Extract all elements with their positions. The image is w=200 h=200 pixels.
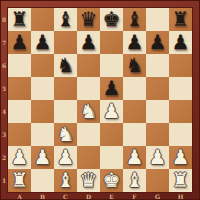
rank-label-4: 4 — [0, 100, 8, 123]
white-rook-h1[interactable]: ♜ — [172, 170, 190, 190]
square-e4[interactable]: ♟ — [100, 100, 123, 123]
chess-board: ♜♝♛♚♝♜♟♟♟♟♟♟♞♞♟♞♟♞♟♟♟♟♟♟♜♝♛♚♝♜ — [8, 8, 192, 192]
rank-label-3: 3 — [0, 123, 8, 146]
square-g8[interactable] — [146, 8, 169, 31]
square-a2[interactable]: ♟ — [8, 146, 31, 169]
file-label-a: A — [8, 192, 31, 200]
square-a6[interactable] — [8, 54, 31, 77]
white-queen-d1[interactable]: ♛ — [80, 170, 98, 190]
square-c2[interactable]: ♟ — [54, 146, 77, 169]
black-bishop-c8[interactable]: ♝ — [57, 9, 75, 29]
square-h8[interactable]: ♜ — [169, 8, 192, 31]
square-g1[interactable] — [146, 169, 169, 192]
square-e8[interactable]: ♚ — [100, 8, 123, 31]
black-pawn-b7[interactable]: ♟ — [34, 32, 52, 52]
square-d5[interactable] — [77, 77, 100, 100]
rank-label-2: 2 — [0, 146, 8, 169]
square-c1[interactable]: ♝ — [54, 169, 77, 192]
white-pawn-b2[interactable]: ♟ — [34, 147, 52, 167]
square-h4[interactable] — [169, 100, 192, 123]
square-c7[interactable] — [54, 31, 77, 54]
square-d2[interactable] — [77, 146, 100, 169]
black-pawn-a7[interactable]: ♟ — [11, 32, 29, 52]
square-e7[interactable] — [100, 31, 123, 54]
white-knight-c3[interactable]: ♞ — [57, 124, 75, 144]
black-pawn-f7[interactable]: ♟ — [126, 32, 144, 52]
black-king-e8[interactable]: ♚ — [103, 9, 121, 29]
black-rook-h8[interactable]: ♜ — [172, 9, 190, 29]
square-b5[interactable] — [31, 77, 54, 100]
square-d8[interactable]: ♛ — [77, 8, 100, 31]
black-rook-a8[interactable]: ♜ — [11, 9, 29, 29]
square-f4[interactable] — [123, 100, 146, 123]
white-pawn-g2[interactable]: ♟ — [149, 147, 167, 167]
white-pawn-e4[interactable]: ♟ — [103, 101, 121, 121]
square-c6[interactable]: ♞ — [54, 54, 77, 77]
black-knight-f6[interactable]: ♞ — [126, 55, 144, 75]
square-d7[interactable]: ♟ — [77, 31, 100, 54]
square-f1[interactable]: ♝ — [123, 169, 146, 192]
black-knight-c6[interactable]: ♞ — [57, 55, 75, 75]
rank-label-6: 6 — [0, 54, 8, 77]
square-c8[interactable]: ♝ — [54, 8, 77, 31]
square-b1[interactable] — [31, 169, 54, 192]
white-pawn-h2[interactable]: ♟ — [172, 147, 190, 167]
square-d1[interactable]: ♛ — [77, 169, 100, 192]
square-f5[interactable] — [123, 77, 146, 100]
file-label-d: D — [77, 192, 100, 200]
square-d4[interactable]: ♞ — [77, 100, 100, 123]
square-h1[interactable]: ♜ — [169, 169, 192, 192]
file-label-b: B — [31, 192, 54, 200]
square-f8[interactable]: ♝ — [123, 8, 146, 31]
rank-label-7: 7 — [0, 31, 8, 54]
square-b3[interactable] — [31, 123, 54, 146]
file-label-h: H — [169, 192, 192, 200]
square-a5[interactable] — [8, 77, 31, 100]
square-d6[interactable] — [77, 54, 100, 77]
square-g3[interactable] — [146, 123, 169, 146]
square-a4[interactable] — [8, 100, 31, 123]
square-h2[interactable]: ♟ — [169, 146, 192, 169]
white-rook-a1[interactable]: ♜ — [11, 170, 29, 190]
square-g2[interactable]: ♟ — [146, 146, 169, 169]
white-knight-d4[interactable]: ♞ — [80, 101, 98, 121]
square-f6[interactable]: ♞ — [123, 54, 146, 77]
file-label-c: C — [54, 192, 77, 200]
square-c5[interactable] — [54, 77, 77, 100]
square-b7[interactable]: ♟ — [31, 31, 54, 54]
square-e1[interactable]: ♚ — [100, 169, 123, 192]
rank-labels: 87654321 — [0, 8, 8, 192]
square-g4[interactable] — [146, 100, 169, 123]
black-pawn-d7[interactable]: ♟ — [80, 32, 98, 52]
square-h7[interactable]: ♟ — [169, 31, 192, 54]
black-pawn-g7[interactable]: ♟ — [149, 32, 167, 52]
square-c4[interactable] — [54, 100, 77, 123]
square-e3[interactable] — [100, 123, 123, 146]
square-f7[interactable]: ♟ — [123, 31, 146, 54]
file-label-f: F — [123, 192, 146, 200]
square-a7[interactable]: ♟ — [8, 31, 31, 54]
rank-label-8: 8 — [0, 8, 8, 31]
square-g7[interactable]: ♟ — [146, 31, 169, 54]
file-label-e: E — [100, 192, 123, 200]
file-labels: ABCDEFGH — [8, 192, 192, 200]
square-e2[interactable] — [100, 146, 123, 169]
rank-label-1: 1 — [0, 169, 8, 192]
white-pawn-f2[interactable]: ♟ — [126, 147, 144, 167]
square-h3[interactable] — [169, 123, 192, 146]
white-pawn-c2[interactable]: ♟ — [57, 147, 75, 167]
white-king-e1[interactable]: ♚ — [103, 170, 121, 190]
square-f3[interactable] — [123, 123, 146, 146]
square-a1[interactable]: ♜ — [8, 169, 31, 192]
square-h5[interactable] — [169, 77, 192, 100]
square-b8[interactable] — [31, 8, 54, 31]
black-bishop-f8[interactable]: ♝ — [126, 9, 144, 29]
black-queen-d8[interactable]: ♛ — [80, 9, 98, 29]
black-pawn-e5[interactable]: ♟ — [103, 78, 121, 98]
file-label-g: G — [146, 192, 169, 200]
chess-diagram: ♜♝♛♚♝♜♟♟♟♟♟♟♞♞♟♞♟♞♟♟♟♟♟♟♜♝♛♚♝♜ 87654321 … — [0, 0, 200, 200]
white-bishop-c1[interactable]: ♝ — [57, 170, 75, 190]
square-d3[interactable] — [77, 123, 100, 146]
square-b4[interactable] — [31, 100, 54, 123]
square-g6[interactable] — [146, 54, 169, 77]
square-c3[interactable]: ♞ — [54, 123, 77, 146]
square-e6[interactable] — [100, 54, 123, 77]
white-pawn-a2[interactable]: ♟ — [11, 147, 29, 167]
square-a3[interactable] — [8, 123, 31, 146]
square-h6[interactable] — [169, 54, 192, 77]
rank-label-5: 5 — [0, 77, 8, 100]
square-a8[interactable]: ♜ — [8, 8, 31, 31]
black-pawn-h7[interactable]: ♟ — [172, 32, 190, 52]
square-f2[interactable]: ♟ — [123, 146, 146, 169]
white-bishop-f1[interactable]: ♝ — [126, 170, 144, 190]
square-b6[interactable] — [31, 54, 54, 77]
square-g5[interactable] — [146, 77, 169, 100]
square-e5[interactable]: ♟ — [100, 77, 123, 100]
square-b2[interactable]: ♟ — [31, 146, 54, 169]
